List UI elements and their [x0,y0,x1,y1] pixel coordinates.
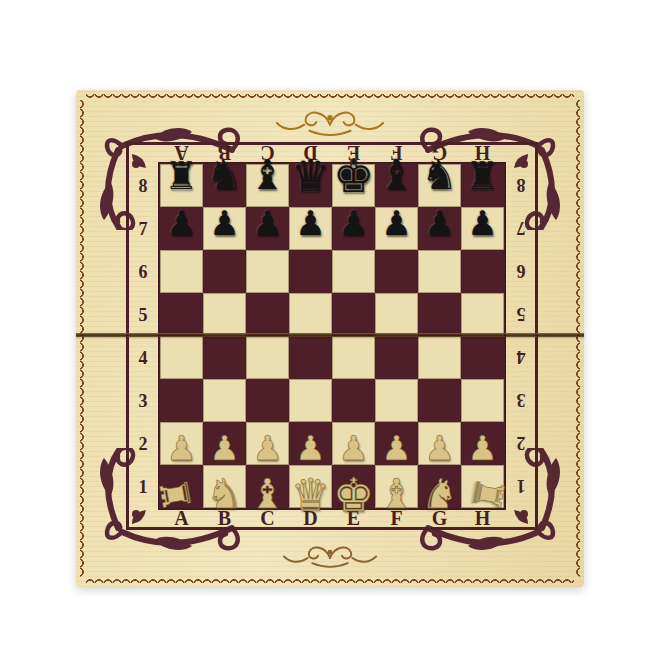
rank-label-right-2: 2 [506,422,536,465]
piece-white-rook-h1[interactable]: ♜ [464,470,514,520]
pyrography-border-right [573,100,580,577]
piece-black-bishop-f8[interactable]: ♝ [375,154,418,197]
piece-black-pawn-c7[interactable]: ♟ [246,201,289,244]
pyrography-border-top [86,94,574,101]
engraved-crest-icon [278,540,382,573]
rank-label-right-3: 3 [506,379,536,422]
piece-white-knight-g1[interactable]: ♞ [418,473,461,516]
piece-black-pawn-a7[interactable]: ♟ [160,201,203,244]
piece-black-queen-d8[interactable]: ♛ [289,154,332,197]
piece-black-pawn-b7[interactable]: ♟ [203,201,246,244]
rank-label-left-5: 5 [128,293,158,336]
piece-white-pawn-e2[interactable]: ♟ [332,426,375,469]
engraved-crest-icon [270,104,390,142]
piece-black-pawn-d7[interactable]: ♟ [289,201,332,244]
piece-white-knight-b1[interactable]: ♞ [203,473,246,516]
piece-black-rook-h8[interactable]: ♜ [461,154,504,197]
piece-white-pawn-d2[interactable]: ♟ [289,426,332,469]
rank-label-left-7: 7 [128,207,158,250]
piece-black-rook-a8[interactable]: ♜ [160,154,203,197]
piece-white-pawn-f2[interactable]: ♟ [375,426,418,469]
rank-label-left-8: 8 [128,164,158,207]
photo-stage: ABCDEFGH ABCDEFGH 87654321 87654321 ♜♞♝♛… [0,0,658,658]
piece-black-knight-b8[interactable]: ♞ [203,154,246,197]
rank-label-left-2: 2 [128,422,158,465]
piece-black-pawn-f7[interactable]: ♟ [375,201,418,244]
piece-layer: ♜♞♝♛♚♝♞♜♟♟♟♟♟♟♟♟♟♟♟♟♟♟♟♟♜♞♝♛♚♝♞♜ [160,164,504,508]
piece-black-pawn-h7[interactable]: ♟ [461,201,504,244]
piece-white-king-e1[interactable]: ♚ [332,473,375,516]
piece-white-pawn-a2[interactable]: ♟ [160,426,203,469]
rank-label-left-6: 6 [128,250,158,293]
rank-label-left-3: 3 [128,379,158,422]
rank-label-right-5: 5 [506,293,536,336]
rank-label-right-8: 8 [506,164,536,207]
piece-white-pawn-c2[interactable]: ♟ [246,426,289,469]
piece-white-bishop-c1[interactable]: ♝ [246,473,289,516]
piece-white-pawn-h2[interactable]: ♟ [461,426,504,469]
piece-white-bishop-f1[interactable]: ♝ [375,473,418,516]
piece-black-knight-g8[interactable]: ♞ [418,154,461,197]
rank-label-left-4: 4 [128,336,158,379]
rank-label-right-7: 7 [506,207,536,250]
piece-white-queen-d1[interactable]: ♛ [289,473,332,516]
piece-black-pawn-g7[interactable]: ♟ [418,201,461,244]
piece-white-rook-a1[interactable]: ♜ [151,470,201,520]
piece-white-pawn-b2[interactable]: ♟ [203,426,246,469]
rank-label-right-6: 6 [506,250,536,293]
piece-white-pawn-g2[interactable]: ♟ [418,426,461,469]
wooden-chess-box: ABCDEFGH ABCDEFGH 87654321 87654321 ♜♞♝♛… [76,90,584,587]
piece-black-pawn-e7[interactable]: ♟ [332,201,375,244]
pyrography-border-bottom [86,576,574,583]
pyrography-border-left [80,100,87,577]
piece-black-bishop-c8[interactable]: ♝ [246,154,289,197]
rank-label-right-4: 4 [506,336,536,379]
piece-black-king-e8[interactable]: ♚ [332,154,375,197]
